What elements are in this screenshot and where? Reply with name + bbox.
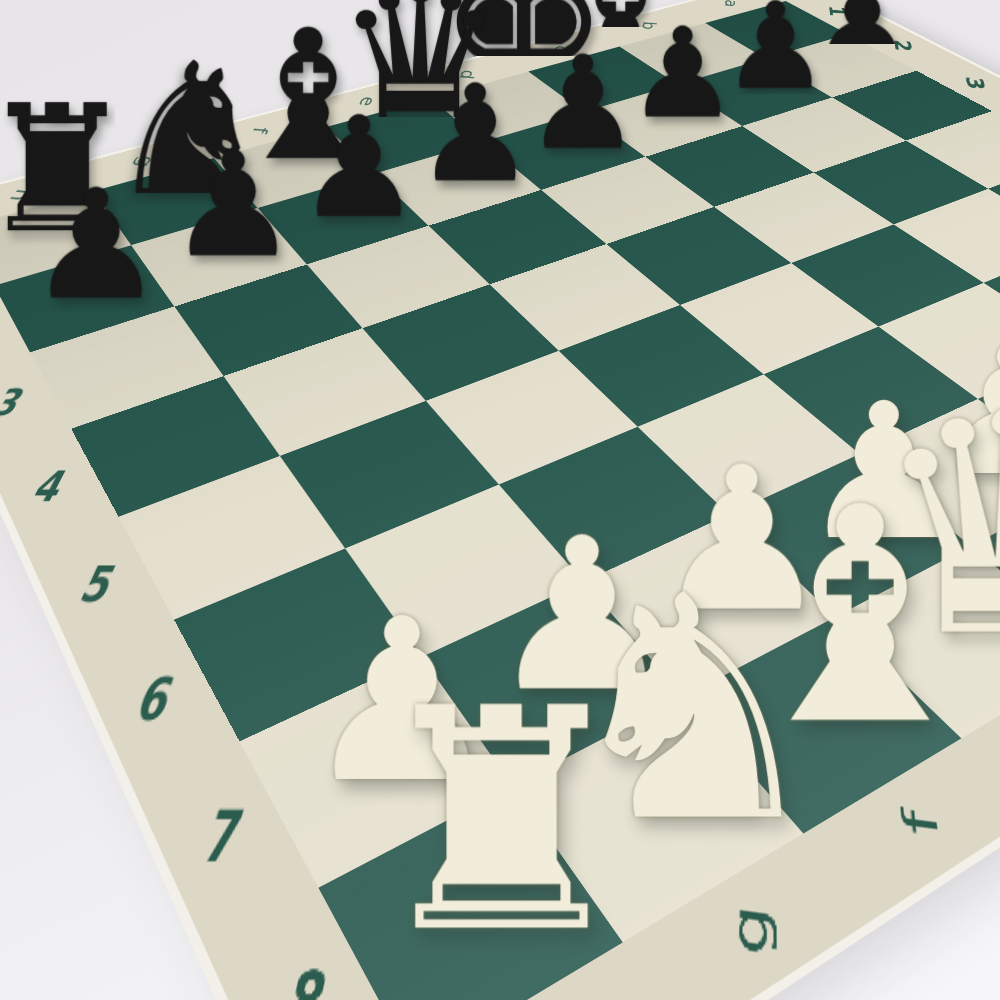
chess-board: ♜♞♝♛♚♝♞♜♟♟♟♟♟♟♟♟♟♟♟♟♟♟♟♟♜♞♝♛♚♝♞♜ 8877665… [0, 0, 1000, 1000]
rank-label-left-5: 5 [44, 553, 150, 618]
chess-board-grid: ♜♞♝♛♚♝♞♜♟♟♟♟♟♟♟♟♟♟♟♟♟♟♟♟♜♞♝♛♚♝♞♜ [0, 1, 1000, 1000]
rank-label-left-4: 4 [0, 460, 99, 516]
black-rook-h8: ♜ [700, 0, 892, 39]
rank-label-left-6: 6 [97, 662, 209, 739]
rank-label-left-7: 7 [162, 792, 281, 885]
rank-label-left-3: 3 [0, 379, 55, 427]
photo-stage: ♜♞♝♛♚♝♞♜♟♟♟♟♟♟♟♟♟♟♟♟♟♟♟♟♜♞♝♛♚♝♞♜ 8877665… [0, 0, 1000, 1000]
rank-label-left-8: 8 [241, 950, 368, 1000]
